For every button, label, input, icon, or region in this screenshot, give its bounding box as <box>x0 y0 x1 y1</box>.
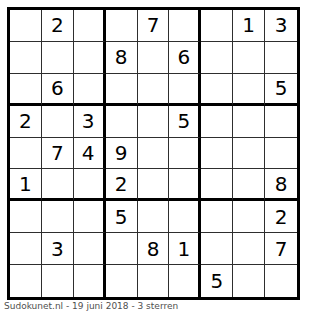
cell-r6c6[interactable] <box>169 169 201 201</box>
cell-r3c8[interactable] <box>233 74 265 106</box>
cell-r8c9[interactable]: 7 <box>265 233 297 265</box>
cell-r4c1[interactable]: 2 <box>10 106 42 138</box>
cell-r6c8[interactable] <box>233 169 265 201</box>
cell-r6c1[interactable]: 1 <box>10 169 42 201</box>
cell-r7c9[interactable]: 2 <box>265 201 297 233</box>
cell-r9c4[interactable] <box>106 265 138 297</box>
cell-r1c3[interactable] <box>74 10 106 42</box>
cell-r1c1[interactable] <box>10 10 42 42</box>
cell-r2c2[interactable] <box>42 42 74 74</box>
cell-r6c9[interactable]: 8 <box>265 169 297 201</box>
cell-r7c5[interactable] <box>138 201 170 233</box>
cell-r5c6[interactable] <box>169 138 201 170</box>
cell-r2c6[interactable]: 6 <box>169 42 201 74</box>
cell-r4c6[interactable]: 5 <box>169 106 201 138</box>
cell-r6c3[interactable] <box>74 169 106 201</box>
cell-r1c8[interactable]: 1 <box>233 10 265 42</box>
cell-r6c7[interactable] <box>201 169 233 201</box>
cell-r4c7[interactable] <box>201 106 233 138</box>
sudoku-board: 271386652357491285238175 <box>7 7 300 300</box>
cell-r1c7[interactable] <box>201 10 233 42</box>
cell-r2c7[interactable] <box>201 42 233 74</box>
cell-r4c2[interactable] <box>42 106 74 138</box>
cell-r8c2[interactable]: 3 <box>42 233 74 265</box>
cell-r9c9[interactable] <box>265 265 297 297</box>
cell-r9c3[interactable] <box>74 265 106 297</box>
cell-r9c5[interactable] <box>138 265 170 297</box>
cell-r7c7[interactable] <box>201 201 233 233</box>
cell-r4c9[interactable] <box>265 106 297 138</box>
cell-r9c8[interactable] <box>233 265 265 297</box>
cell-r1c6[interactable] <box>169 10 201 42</box>
cell-r1c4[interactable] <box>106 10 138 42</box>
cell-r2c5[interactable] <box>138 42 170 74</box>
cell-r5c9[interactable] <box>265 138 297 170</box>
cell-r8c8[interactable] <box>233 233 265 265</box>
cell-r3c7[interactable] <box>201 74 233 106</box>
cell-r3c5[interactable] <box>138 74 170 106</box>
cell-r5c2[interactable]: 7 <box>42 138 74 170</box>
cell-r8c3[interactable] <box>74 233 106 265</box>
cell-r5c3[interactable]: 4 <box>74 138 106 170</box>
cell-r3c9[interactable]: 5 <box>265 74 297 106</box>
cell-r3c3[interactable] <box>74 74 106 106</box>
cell-r5c1[interactable] <box>10 138 42 170</box>
cell-r9c6[interactable] <box>169 265 201 297</box>
cell-r7c8[interactable] <box>233 201 265 233</box>
cell-r5c5[interactable] <box>138 138 170 170</box>
cell-r7c3[interactable] <box>74 201 106 233</box>
cell-r2c8[interactable] <box>233 42 265 74</box>
cell-r9c1[interactable] <box>10 265 42 297</box>
cell-r6c2[interactable] <box>42 169 74 201</box>
cell-r8c1[interactable] <box>10 233 42 265</box>
cell-r2c4[interactable]: 8 <box>106 42 138 74</box>
cell-r7c4[interactable]: 5 <box>106 201 138 233</box>
cell-r3c6[interactable] <box>169 74 201 106</box>
cell-r5c7[interactable] <box>201 138 233 170</box>
cell-r8c5[interactable]: 8 <box>138 233 170 265</box>
cell-r2c9[interactable] <box>265 42 297 74</box>
cell-r4c5[interactable] <box>138 106 170 138</box>
cell-r8c7[interactable] <box>201 233 233 265</box>
cell-r2c1[interactable] <box>10 42 42 74</box>
cell-r9c2[interactable] <box>42 265 74 297</box>
cell-r2c3[interactable] <box>74 42 106 74</box>
cell-r7c1[interactable] <box>10 201 42 233</box>
cell-r3c2[interactable]: 6 <box>42 74 74 106</box>
cell-r4c8[interactable] <box>233 106 265 138</box>
cell-r4c3[interactable]: 3 <box>74 106 106 138</box>
cell-r5c8[interactable] <box>233 138 265 170</box>
cell-r4c4[interactable] <box>106 106 138 138</box>
cell-r9c7[interactable]: 5 <box>201 265 233 297</box>
cell-r3c4[interactable] <box>106 74 138 106</box>
cell-r1c5[interactable]: 7 <box>138 10 170 42</box>
cell-r5c4[interactable]: 9 <box>106 138 138 170</box>
cell-r1c2[interactable]: 2 <box>42 10 74 42</box>
cell-r8c6[interactable]: 1 <box>169 233 201 265</box>
footer-credit: Sudokunet.nl - 19 juni 2018 - 3 sterren <box>4 301 178 311</box>
cell-r6c4[interactable]: 2 <box>106 169 138 201</box>
cell-r3c1[interactable] <box>10 74 42 106</box>
cell-r1c9[interactable]: 3 <box>265 10 297 42</box>
cell-r7c6[interactable] <box>169 201 201 233</box>
cell-r8c4[interactable] <box>106 233 138 265</box>
cell-r6c5[interactable] <box>138 169 170 201</box>
cell-r7c2[interactable] <box>42 201 74 233</box>
